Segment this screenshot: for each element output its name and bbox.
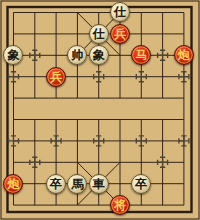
piece-glyph: 仕 bbox=[114, 6, 126, 18]
piece-ivory-soldier-c2r8[interactable]: 卒 bbox=[46, 174, 66, 194]
piece-glyph: 将 bbox=[114, 199, 126, 211]
piece-red-soldier-c2r3[interactable]: 兵 bbox=[46, 67, 66, 87]
piece-ivory-general-c3r2[interactable]: 帅 bbox=[67, 45, 87, 65]
piece-glyph: 炮 bbox=[7, 177, 19, 189]
piece-glyph: 帅 bbox=[71, 49, 83, 61]
piece-glyph: 車 bbox=[93, 177, 105, 189]
piece-red-soldier-c5r1[interactable]: 兵 bbox=[110, 24, 130, 44]
piece-glyph: 炮 bbox=[178, 49, 190, 61]
piece-glyph: 仕 bbox=[93, 27, 105, 39]
piece-glyph: 卒 bbox=[50, 177, 62, 189]
piece-ivory-elephant-c4r2[interactable]: 象 bbox=[89, 45, 109, 65]
piece-red-cannon-c0r8[interactable]: 炮 bbox=[3, 174, 23, 194]
piece-ivory-elephant-c0r2[interactable]: 象 bbox=[3, 45, 23, 65]
piece-glyph: 馬 bbox=[71, 177, 83, 189]
piece-ivory-chariot-c4r8[interactable]: 車 bbox=[89, 174, 109, 194]
piece-glyph: 马 bbox=[135, 49, 147, 61]
piece-ivory-advisor-c4r1[interactable]: 仕 bbox=[89, 24, 109, 44]
xiangqi-board: 仕仕兵象帅象马炮兵炮卒馬車卒将 bbox=[0, 0, 200, 220]
piece-red-horse-c6r2[interactable]: 马 bbox=[131, 45, 151, 65]
piece-glyph: 卒 bbox=[135, 177, 147, 189]
piece-red-cannon-c8r2[interactable]: 炮 bbox=[174, 45, 194, 65]
piece-glyph: 兵 bbox=[114, 27, 126, 39]
piece-red-general-c5r9[interactable]: 将 bbox=[110, 195, 130, 215]
piece-glyph: 兵 bbox=[50, 70, 62, 82]
pieces-layer: 仕仕兵象帅象马炮兵炮卒馬車卒将 bbox=[3, 2, 195, 216]
piece-ivory-horse-c3r8[interactable]: 馬 bbox=[67, 174, 87, 194]
piece-ivory-soldier-c6r8[interactable]: 卒 bbox=[131, 174, 151, 194]
piece-ivory-advisor-c5r0[interactable]: 仕 bbox=[110, 2, 130, 22]
piece-glyph: 象 bbox=[93, 49, 105, 61]
piece-glyph: 象 bbox=[7, 49, 19, 61]
